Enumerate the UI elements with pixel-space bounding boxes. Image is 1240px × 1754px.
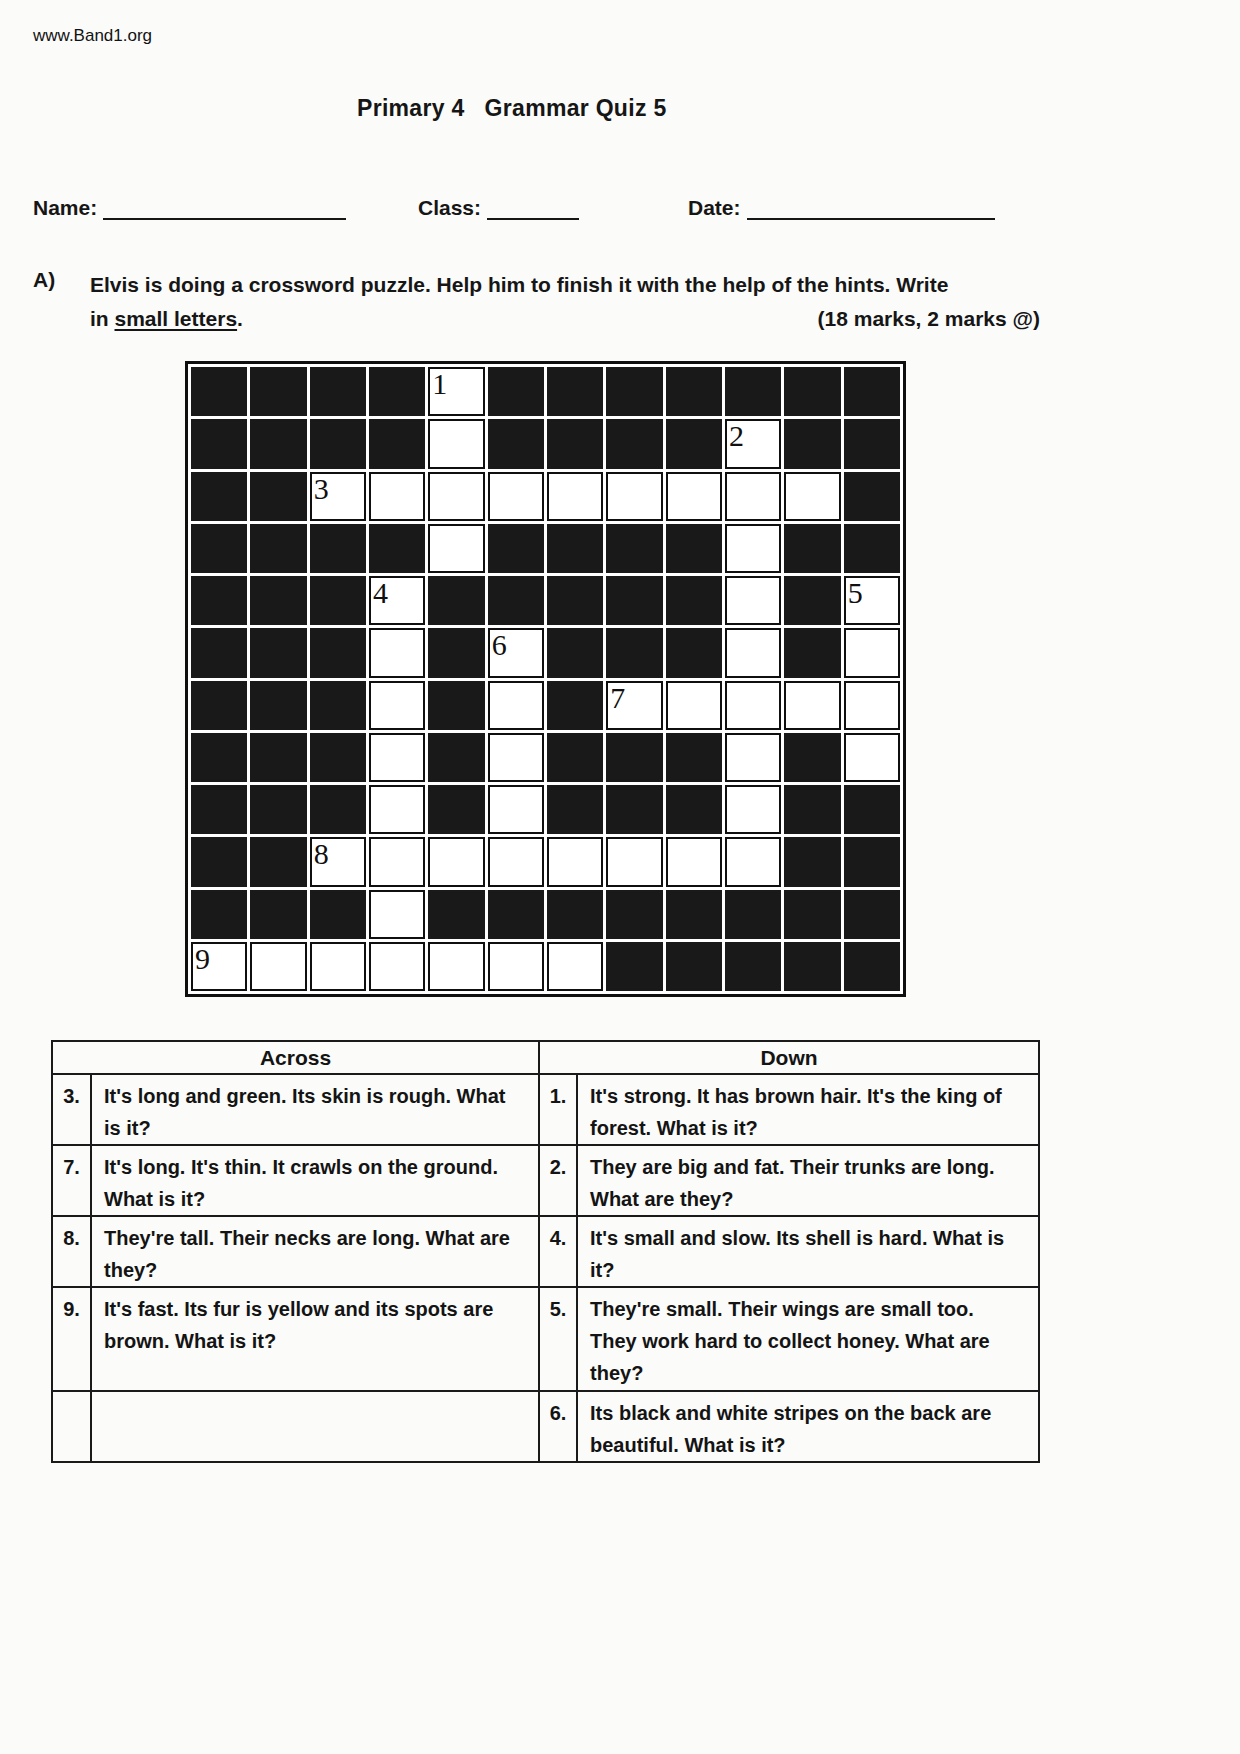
down-clue-number: 5.	[539, 1287, 577, 1391]
block-cell	[547, 628, 603, 677]
worksheet-page: www.Band1.org Primary 4 Grammar Quiz 5 N…	[0, 0, 1240, 1754]
block-cell	[250, 524, 306, 573]
answer-cell[interactable]: 8	[310, 837, 366, 886]
block-cell	[250, 837, 306, 886]
date-input-line[interactable]	[747, 200, 995, 220]
block-cell	[310, 419, 366, 468]
down-clue-number: 6.	[539, 1391, 577, 1462]
answer-cell[interactable]	[844, 681, 900, 730]
block-cell	[310, 628, 366, 677]
block-cell	[725, 942, 781, 991]
answer-cell[interactable]	[666, 837, 722, 886]
block-cell	[784, 733, 840, 782]
block-cell	[547, 524, 603, 573]
answer-cell[interactable]	[725, 785, 781, 834]
block-cell	[191, 472, 247, 521]
answer-cell[interactable]	[488, 733, 544, 782]
answer-cell[interactable]	[725, 524, 781, 573]
block-cell	[547, 733, 603, 782]
block-cell	[666, 733, 722, 782]
answer-cell[interactable]	[428, 942, 484, 991]
answer-cell[interactable]	[606, 472, 662, 521]
block-cell	[784, 524, 840, 573]
answer-cell[interactable]	[428, 472, 484, 521]
block-cell	[606, 785, 662, 834]
block-cell	[191, 367, 247, 416]
across-clue-number: 7.	[52, 1145, 91, 1216]
clue-number: 7	[610, 681, 625, 714]
answer-cell[interactable]	[488, 472, 544, 521]
down-clue-number: 1.	[539, 1074, 577, 1145]
block-cell	[547, 681, 603, 730]
instruction-line-1: Elvis is doing a crossword puzzle. Help …	[90, 268, 1040, 302]
answer-cell[interactable]	[369, 628, 425, 677]
block-cell	[310, 367, 366, 416]
block-cell	[844, 367, 900, 416]
across-clue-text: It's fast. Its fur is yellow and its spo…	[91, 1287, 539, 1391]
answer-cell[interactable]	[369, 942, 425, 991]
down-clue-number: 2.	[539, 1145, 577, 1216]
answer-cell[interactable]	[310, 942, 366, 991]
answer-cell[interactable]	[488, 681, 544, 730]
block-cell	[606, 419, 662, 468]
block-cell	[844, 472, 900, 521]
block-cell	[547, 576, 603, 625]
marks-note: (18 marks, 2 marks @)	[818, 302, 1040, 336]
answer-cell[interactable]	[250, 942, 306, 991]
clue-number: 3	[314, 472, 329, 505]
block-cell	[250, 419, 306, 468]
answer-cell[interactable]	[725, 472, 781, 521]
small-letters-underlined: small letters	[115, 307, 238, 330]
block-cell	[428, 681, 484, 730]
crossword-grid: 123456789	[185, 361, 906, 997]
across-clue-text: It's long. It's thin. It crawls on the g…	[91, 1145, 539, 1216]
section-a-label: A)	[33, 268, 55, 292]
block-cell	[784, 942, 840, 991]
block-cell	[369, 524, 425, 573]
across-clue-text	[91, 1391, 539, 1462]
answer-cell[interactable]	[369, 890, 425, 939]
block-cell	[666, 576, 722, 625]
answer-cell[interactable]: 5	[844, 576, 900, 625]
block-cell	[369, 367, 425, 416]
across-clue-number: 9.	[52, 1287, 91, 1391]
block-cell	[666, 367, 722, 416]
block-cell	[428, 785, 484, 834]
answer-cell[interactable]	[725, 576, 781, 625]
answer-cell[interactable]	[784, 681, 840, 730]
block-cell	[428, 890, 484, 939]
block-cell	[844, 785, 900, 834]
block-cell	[310, 785, 366, 834]
block-cell	[844, 942, 900, 991]
block-cell	[191, 524, 247, 573]
block-cell	[250, 890, 306, 939]
instruction-line-2-text: in small letters.	[90, 302, 243, 336]
class-input-line[interactable]	[487, 200, 579, 220]
answer-cell[interactable]: 9	[191, 942, 247, 991]
across-clue-number: 8.	[52, 1216, 91, 1287]
across-header: Across	[52, 1041, 539, 1074]
name-input-line[interactable]	[103, 200, 346, 220]
block-cell	[488, 367, 544, 416]
down-clue-text: It's strong. It has brown hair. It's the…	[577, 1074, 1039, 1145]
block-cell	[369, 419, 425, 468]
across-clue-text: It's long and green. Its skin is rough. …	[91, 1074, 539, 1145]
block-cell	[428, 628, 484, 677]
block-cell	[666, 785, 722, 834]
clue-number: 2	[729, 419, 744, 452]
block-cell	[310, 890, 366, 939]
block-cell	[250, 628, 306, 677]
answer-cell[interactable]	[428, 419, 484, 468]
block-cell	[725, 890, 781, 939]
answer-cell[interactable]	[725, 681, 781, 730]
block-cell	[784, 628, 840, 677]
clue-number: 5	[848, 576, 863, 609]
answer-cell[interactable]	[369, 681, 425, 730]
block-cell	[488, 524, 544, 573]
block-cell	[250, 367, 306, 416]
answer-cell[interactable]	[844, 628, 900, 677]
block-cell	[784, 890, 840, 939]
clue-number: 6	[492, 628, 507, 661]
down-clue-text: Its black and white stripes on the back …	[577, 1391, 1039, 1462]
answer-cell[interactable]	[369, 785, 425, 834]
block-cell	[310, 681, 366, 730]
answer-cell[interactable]: 7	[606, 681, 662, 730]
block-cell	[784, 576, 840, 625]
block-cell	[725, 367, 781, 416]
block-cell	[488, 890, 544, 939]
down-header: Down	[539, 1041, 1039, 1074]
block-cell	[250, 576, 306, 625]
clue-row: 7.It's long. It's thin. It crawls on the…	[52, 1145, 1039, 1216]
block-cell	[844, 837, 900, 886]
block-cell	[666, 524, 722, 573]
answer-cell[interactable]	[784, 472, 840, 521]
block-cell	[250, 733, 306, 782]
block-cell	[784, 419, 840, 468]
block-cell	[488, 419, 544, 468]
block-cell	[844, 890, 900, 939]
block-cell	[191, 576, 247, 625]
block-cell	[191, 681, 247, 730]
block-cell	[191, 419, 247, 468]
block-cell	[428, 576, 484, 625]
answer-cell[interactable]	[488, 942, 544, 991]
clue-number: 8	[314, 837, 329, 870]
answer-cell[interactable]: 2	[725, 419, 781, 468]
answer-cell[interactable]	[725, 837, 781, 886]
block-cell	[191, 837, 247, 886]
answer-cell[interactable]	[547, 472, 603, 521]
answer-cell[interactable]: 3	[310, 472, 366, 521]
block-cell	[844, 524, 900, 573]
clue-number: 9	[195, 942, 210, 975]
block-cell	[606, 367, 662, 416]
block-cell	[310, 524, 366, 573]
clue-number: 4	[373, 576, 388, 609]
answer-cell[interactable]	[488, 785, 544, 834]
clue-row: 6.Its black and white stripes on the bac…	[52, 1391, 1039, 1462]
block-cell	[606, 576, 662, 625]
date-label: Date:	[688, 196, 741, 219]
block-cell	[784, 785, 840, 834]
block-cell	[666, 890, 722, 939]
block-cell	[310, 733, 366, 782]
answer-cell[interactable]	[488, 837, 544, 886]
down-clue-text: They're small. Their wings are small too…	[577, 1287, 1039, 1391]
block-cell	[191, 733, 247, 782]
across-clue-number: 3.	[52, 1074, 91, 1145]
clue-number: 1	[432, 367, 447, 400]
block-cell	[606, 524, 662, 573]
clue-row: 3.It's long and green. Its skin is rough…	[52, 1074, 1039, 1145]
block-cell	[666, 419, 722, 468]
answer-cell[interactable]	[725, 628, 781, 677]
block-cell	[191, 628, 247, 677]
block-cell	[547, 890, 603, 939]
section-a-instructions: Elvis is doing a crossword puzzle. Help …	[90, 268, 1040, 336]
down-clue-text: They are big and fat. Their trunks are l…	[577, 1145, 1039, 1216]
name-class-date-row: Name: Class: Date:	[0, 196, 1240, 226]
block-cell	[606, 890, 662, 939]
clue-row: 9.It's fast. Its fur is yellow and its s…	[52, 1287, 1039, 1391]
down-clue-number: 4.	[539, 1216, 577, 1287]
block-cell	[250, 681, 306, 730]
block-cell	[844, 419, 900, 468]
block-cell	[191, 785, 247, 834]
block-cell	[488, 576, 544, 625]
block-cell	[191, 890, 247, 939]
answer-cell[interactable]	[428, 837, 484, 886]
block-cell	[547, 419, 603, 468]
clue-row: 8.They're tall. Their necks are long. Wh…	[52, 1216, 1039, 1287]
block-cell	[428, 733, 484, 782]
answer-cell[interactable]: 1	[428, 367, 484, 416]
across-clue-text: They're tall. Their necks are long. What…	[91, 1216, 539, 1287]
answer-cell[interactable]	[428, 524, 484, 573]
block-cell	[547, 785, 603, 834]
block-cell	[666, 628, 722, 677]
block-cell	[250, 472, 306, 521]
class-label: Class:	[418, 196, 481, 219]
instruction-line-2: in small letters. (18 marks, 2 marks @)	[90, 302, 1040, 336]
clues-header-row: Across Down	[52, 1041, 1039, 1074]
answer-cell[interactable]	[666, 472, 722, 521]
block-cell	[784, 837, 840, 886]
block-cell	[606, 628, 662, 677]
answer-cell[interactable]	[547, 837, 603, 886]
answer-cell[interactable]	[369, 733, 425, 782]
block-cell	[250, 785, 306, 834]
answer-cell[interactable]	[666, 681, 722, 730]
answer-cell[interactable]: 4	[369, 576, 425, 625]
page-title: Primary 4 Grammar Quiz 5	[357, 95, 667, 122]
across-clue-number	[52, 1391, 91, 1462]
block-cell	[666, 942, 722, 991]
answer-cell[interactable]	[547, 942, 603, 991]
answer-cell[interactable]	[369, 472, 425, 521]
down-clue-text: It's small and slow. Its shell is hard. …	[577, 1216, 1039, 1287]
block-cell	[606, 733, 662, 782]
block-cell	[606, 942, 662, 991]
block-cell	[310, 576, 366, 625]
name-label: Name:	[33, 196, 97, 219]
clues-table: Across Down 3.It's long and green. Its s…	[51, 1040, 1040, 1463]
site-watermark: www.Band1.org	[33, 26, 152, 46]
answer-cell[interactable]	[606, 837, 662, 886]
block-cell	[547, 367, 603, 416]
block-cell	[784, 367, 840, 416]
answer-cell[interactable]	[844, 733, 900, 782]
answer-cell[interactable]	[725, 733, 781, 782]
answer-cell[interactable]: 6	[488, 628, 544, 677]
answer-cell[interactable]	[369, 837, 425, 886]
